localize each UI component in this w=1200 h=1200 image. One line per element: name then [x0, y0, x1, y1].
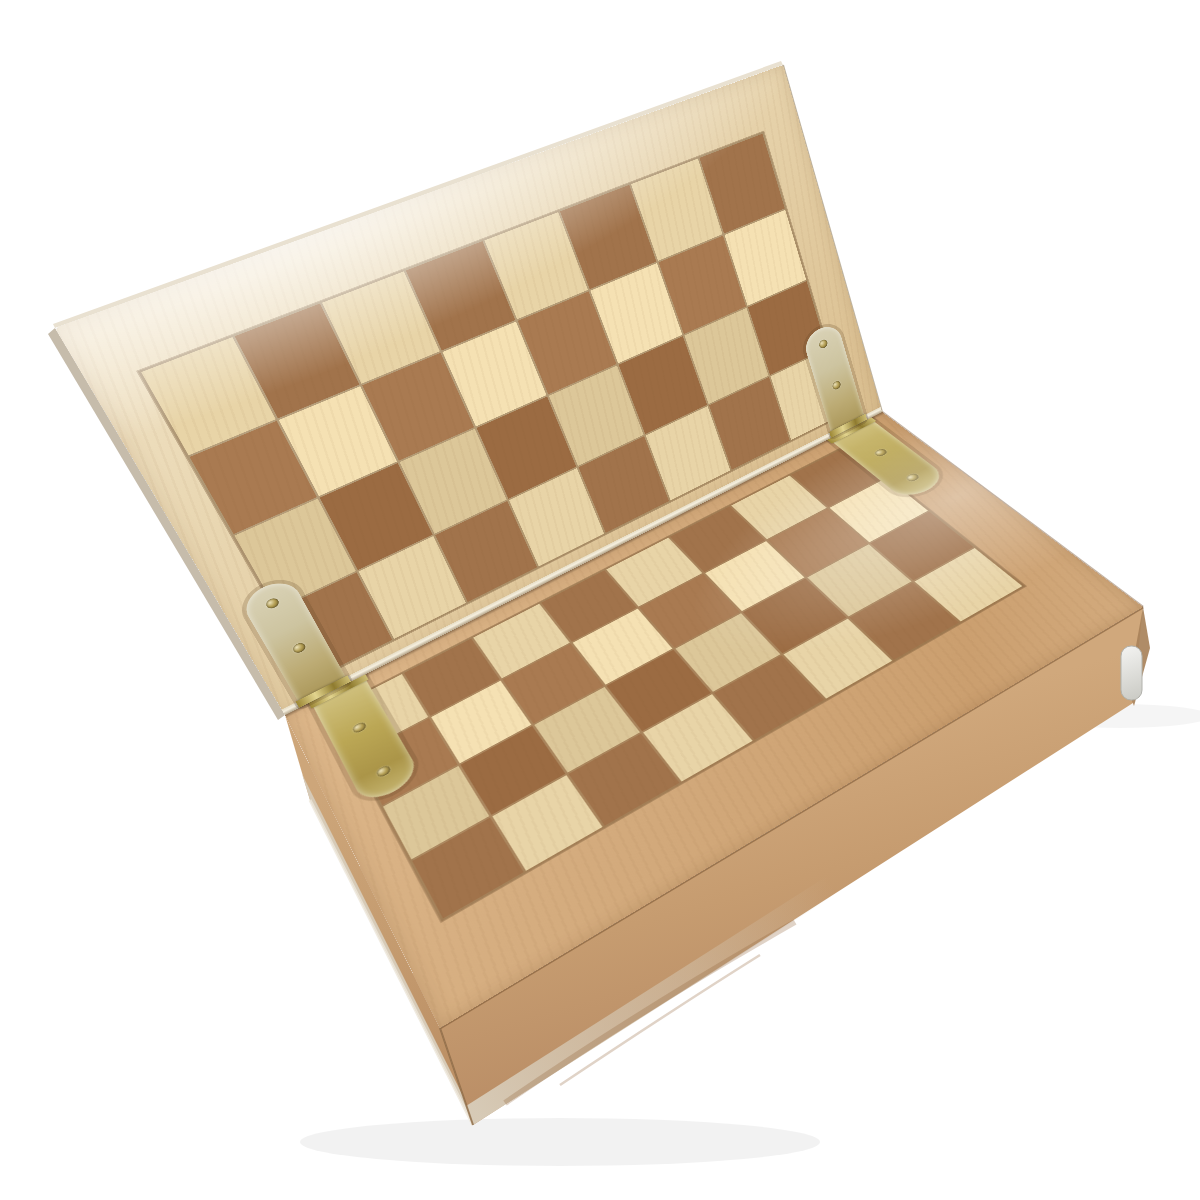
- chess-box-scene: [0, 0, 1200, 1200]
- cast-shadow: [300, 1118, 820, 1166]
- clasp-notch: [1121, 646, 1142, 700]
- hinge-screw: [832, 380, 842, 391]
- hinge-screw: [905, 472, 921, 482]
- hinge-screw: [352, 721, 368, 734]
- hinge-screw: [375, 764, 391, 778]
- hinge-screw: [818, 338, 828, 349]
- hinge-screw: [873, 448, 888, 458]
- hinge-screw: [264, 597, 280, 611]
- hinge-screw: [291, 641, 307, 654]
